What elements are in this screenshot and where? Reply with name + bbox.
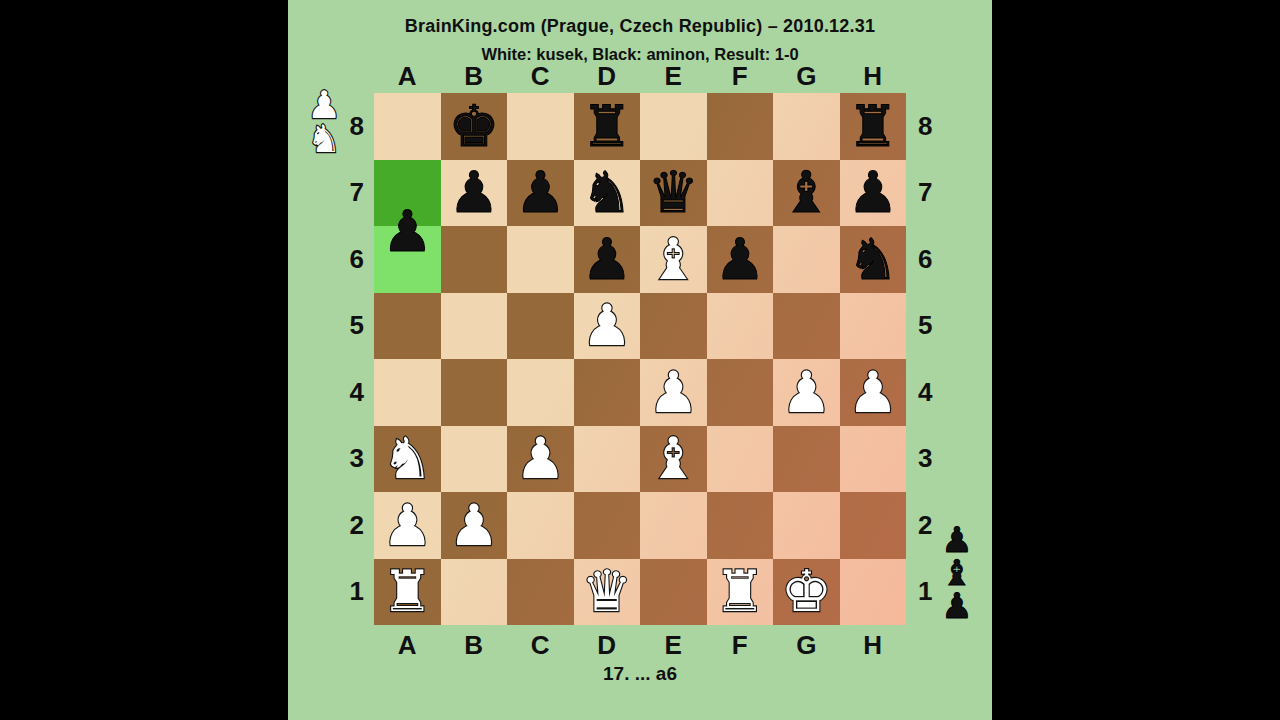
black-pawn-d6[interactable]: ♟ [574,226,641,293]
square-d6[interactable]: ♟ [574,226,641,293]
square-h8[interactable]: ♜ [840,93,907,160]
square-d1[interactable]: ♛ [574,559,641,626]
white-pawn-e4[interactable]: ♟ [640,359,707,426]
rank-label-left-4: 4 [326,359,366,426]
file-label-bottom-G: G [773,629,840,661]
square-c4[interactable] [507,359,574,426]
letterbox-right [992,0,1280,720]
file-labels-top: ABCDEFGH [374,60,906,92]
square-g1[interactable]: ♚ [773,559,840,626]
square-a4[interactable] [374,359,441,426]
square-f1[interactable]: ♜ [707,559,774,626]
square-d3[interactable] [574,426,641,493]
square-g8[interactable] [773,93,840,160]
black-pawn-f6[interactable]: ♟ [707,226,774,293]
rank-label-left-6: 6 [326,226,366,293]
square-e5[interactable] [640,293,707,360]
square-g3[interactable] [773,426,840,493]
square-b8[interactable]: ♚ [441,93,508,160]
file-label-bottom-D: D [574,629,641,661]
black-king-b8[interactable]: ♚ [441,93,508,160]
black-queen-e7[interactable]: ♛ [640,160,707,227]
square-f2[interactable] [707,492,774,559]
rank-label-right-8: 8 [912,93,952,160]
file-label-bottom-B: B [441,629,508,661]
square-b5[interactable] [441,293,508,360]
file-label-top-E: E [640,60,707,92]
file-label-top-F: F [707,60,774,92]
white-pawn-a2[interactable]: ♟ [374,492,441,559]
letterbox-left [0,0,288,720]
rank-label-right-5: 5 [912,293,952,360]
square-g7[interactable]: ♝ [773,160,840,227]
black-knight-h6[interactable]: ♞ [840,226,907,293]
square-c2[interactable] [507,492,574,559]
file-label-top-H: H [840,60,907,92]
white-rook-f1[interactable]: ♜ [707,559,774,626]
square-f6[interactable]: ♟ [707,226,774,293]
captured-black-pawn-2: ♟ [941,590,972,623]
square-h6[interactable]: ♞ [840,226,907,293]
rank-label-left-1: 1 [326,559,366,626]
square-h7[interactable]: ♟ [840,160,907,227]
square-c5[interactable] [507,293,574,360]
square-a6[interactable]: ♟ [374,226,441,293]
white-knight-a3[interactable]: ♞ [374,426,441,493]
square-h2[interactable] [840,492,907,559]
square-d8[interactable]: ♜ [574,93,641,160]
square-b6[interactable] [441,226,508,293]
rank-label-left-7: 7 [326,160,366,227]
file-label-top-D: D [574,60,641,92]
captured-white-knight-1: ♞ [307,122,341,156]
file-label-top-G: G [773,60,840,92]
captured-white-pieces-tray: ♟♞ [296,88,352,156]
square-e4[interactable]: ♟ [640,359,707,426]
square-e6[interactable]: ♝ [640,226,707,293]
captured-black-pieces-tray: ♟♝♟ [931,524,983,623]
square-d4[interactable] [574,359,641,426]
square-b3[interactable] [441,426,508,493]
game-page: BrainKing.com (Prague, Czech Republic) –… [288,0,992,720]
black-pawn-a6[interactable]: ♟ [374,198,441,265]
file-label-top-B: B [441,60,508,92]
rank-label-right-6: 6 [912,226,952,293]
black-rook-d8[interactable]: ♜ [574,93,641,160]
square-c3[interactable]: ♟ [507,426,574,493]
rank-label-right-7: 7 [912,160,952,227]
square-a1[interactable]: ♜ [374,559,441,626]
file-label-top-C: C [507,60,574,92]
white-pawn-g4[interactable]: ♟ [773,359,840,426]
chess-board[interactable]: ♚♜♜♟♟♞♛♝♟♟♟♝♟♞♟♟♟♟♞♟♝♟♟♜♛♜♚ [374,93,906,625]
square-c6[interactable] [507,226,574,293]
square-f5[interactable] [707,293,774,360]
square-b2[interactable]: ♟ [441,492,508,559]
rank-label-left-3: 3 [326,426,366,493]
black-rook-h8[interactable]: ♜ [840,93,907,160]
square-b1[interactable] [441,559,508,626]
square-e7[interactable]: ♛ [640,160,707,227]
square-d2[interactable] [574,492,641,559]
square-a3[interactable]: ♞ [374,426,441,493]
rank-label-left-5: 5 [326,293,366,360]
square-e2[interactable] [640,492,707,559]
square-h5[interactable] [840,293,907,360]
square-e8[interactable] [640,93,707,160]
rank-label-left-2: 2 [326,492,366,559]
square-d5[interactable]: ♟ [574,293,641,360]
white-rook-a1[interactable]: ♜ [374,559,441,626]
white-king-g1[interactable]: ♚ [773,559,840,626]
square-g5[interactable] [773,293,840,360]
square-c8[interactable] [507,93,574,160]
black-pawn-c7[interactable]: ♟ [507,160,574,227]
square-c7[interactable]: ♟ [507,160,574,227]
square-g4[interactable]: ♟ [773,359,840,426]
white-pawn-d5[interactable]: ♟ [574,293,641,360]
rank-label-right-4: 4 [912,359,952,426]
last-move-label: 17. ... a6 [374,663,906,685]
black-knight-d7[interactable]: ♞ [574,160,641,227]
square-f8[interactable] [707,93,774,160]
file-label-bottom-A: A [374,629,441,661]
black-bishop-g7[interactable]: ♝ [773,160,840,227]
square-a8[interactable] [374,93,441,160]
square-g6[interactable] [773,226,840,293]
square-b7[interactable]: ♟ [441,160,508,227]
square-f3[interactable] [707,426,774,493]
rank-labels-left: 87654321 [326,93,366,625]
file-label-bottom-C: C [507,629,574,661]
square-e3[interactable]: ♝ [640,426,707,493]
white-bishop-e3[interactable]: ♝ [640,426,707,493]
square-d7[interactable]: ♞ [574,160,641,227]
square-f4[interactable] [707,359,774,426]
page-title: BrainKing.com (Prague, Czech Republic) –… [288,16,992,37]
square-h1[interactable] [840,559,907,626]
white-pawn-b2[interactable]: ♟ [441,492,508,559]
white-pawn-h4[interactable]: ♟ [840,359,907,426]
white-bishop-e6[interactable]: ♝ [640,226,707,293]
black-pawn-b7[interactable]: ♟ [441,160,508,227]
square-c1[interactable] [507,559,574,626]
black-pawn-h7[interactable]: ♟ [840,160,907,227]
square-a5[interactable] [374,293,441,360]
file-label-bottom-F: F [707,629,774,661]
file-label-top-A: A [374,60,441,92]
square-f7[interactable] [707,160,774,227]
file-label-bottom-E: E [640,629,707,661]
square-a2[interactable]: ♟ [374,492,441,559]
square-h4[interactable]: ♟ [840,359,907,426]
square-e1[interactable] [640,559,707,626]
white-pawn-c3[interactable]: ♟ [507,426,574,493]
square-b4[interactable] [441,359,508,426]
square-g2[interactable] [773,492,840,559]
file-label-bottom-H: H [840,629,907,661]
rank-label-right-3: 3 [912,426,952,493]
square-h3[interactable] [840,426,907,493]
white-queen-d1[interactable]: ♛ [574,559,641,626]
file-labels-bottom: ABCDEFGH [374,629,906,661]
